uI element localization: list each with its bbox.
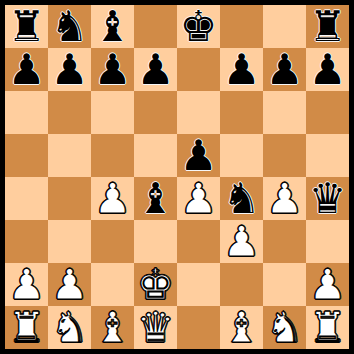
square-d4[interactable]: ♝ — [134, 177, 177, 220]
square-a3[interactable] — [5, 220, 48, 263]
square-e2[interactable] — [177, 263, 220, 306]
piece-black-pawn: ♟ — [223, 49, 261, 91]
piece-black-bishop: ♝ — [94, 6, 132, 48]
square-f5[interactable] — [220, 134, 263, 177]
square-f2[interactable] — [220, 263, 263, 306]
square-b3[interactable] — [48, 220, 91, 263]
piece-black-pawn: ♟ — [51, 49, 89, 91]
square-g4[interactable]: ♟ — [263, 177, 306, 220]
square-b7[interactable]: ♟ — [48, 48, 91, 91]
square-a8[interactable]: ♜ — [5, 5, 48, 48]
square-g3[interactable] — [263, 220, 306, 263]
square-h6[interactable] — [306, 91, 349, 134]
square-c6[interactable] — [91, 91, 134, 134]
square-d1[interactable]: ♛ — [134, 306, 177, 349]
chess-board-frame: ♜♞♝♚♜♟♟♟♟♟♟♟♟♟♝♟♞♟♛♟♟♟♚♟♜♞♝♛♝♞♜ — [0, 0, 354, 354]
square-h8[interactable]: ♜ — [306, 5, 349, 48]
piece-white-bishop: ♝ — [223, 307, 261, 349]
piece-black-rook: ♜ — [309, 6, 347, 48]
piece-black-pawn: ♟ — [266, 49, 304, 91]
square-g6[interactable] — [263, 91, 306, 134]
piece-white-pawn: ♟ — [266, 178, 304, 220]
piece-black-rook: ♜ — [8, 6, 46, 48]
piece-black-knight: ♞ — [223, 178, 261, 220]
piece-white-rook: ♜ — [8, 307, 46, 349]
piece-black-bishop: ♝ — [137, 178, 175, 220]
piece-black-pawn: ♟ — [8, 49, 46, 91]
square-f6[interactable] — [220, 91, 263, 134]
piece-white-king: ♚ — [137, 264, 175, 306]
chess-board: ♜♞♝♚♜♟♟♟♟♟♟♟♟♟♝♟♞♟♛♟♟♟♚♟♜♞♝♛♝♞♜ — [5, 5, 349, 349]
square-d6[interactable] — [134, 91, 177, 134]
square-e4[interactable]: ♟ — [177, 177, 220, 220]
square-h3[interactable] — [306, 220, 349, 263]
piece-black-king: ♚ — [180, 6, 218, 48]
square-b2[interactable]: ♟ — [48, 263, 91, 306]
square-e5[interactable]: ♟ — [177, 134, 220, 177]
square-b4[interactable] — [48, 177, 91, 220]
square-b1[interactable]: ♞ — [48, 306, 91, 349]
piece-white-pawn: ♟ — [8, 264, 46, 306]
piece-black-pawn: ♟ — [94, 49, 132, 91]
piece-white-queen: ♛ — [137, 307, 175, 349]
square-h2[interactable]: ♟ — [306, 263, 349, 306]
square-e8[interactable]: ♚ — [177, 5, 220, 48]
piece-white-pawn: ♟ — [180, 178, 218, 220]
piece-black-pawn: ♟ — [309, 49, 347, 91]
square-g5[interactable] — [263, 134, 306, 177]
square-c4[interactable]: ♟ — [91, 177, 134, 220]
square-b5[interactable] — [48, 134, 91, 177]
square-g7[interactable]: ♟ — [263, 48, 306, 91]
piece-black-pawn: ♟ — [180, 135, 218, 177]
square-h7[interactable]: ♟ — [306, 48, 349, 91]
square-c7[interactable]: ♟ — [91, 48, 134, 91]
square-d3[interactable] — [134, 220, 177, 263]
piece-white-bishop: ♝ — [94, 307, 132, 349]
square-a4[interactable] — [5, 177, 48, 220]
square-h1[interactable]: ♜ — [306, 306, 349, 349]
piece-white-pawn: ♟ — [94, 178, 132, 220]
square-c3[interactable] — [91, 220, 134, 263]
square-a7[interactable]: ♟ — [5, 48, 48, 91]
square-c1[interactable]: ♝ — [91, 306, 134, 349]
square-f3[interactable]: ♟ — [220, 220, 263, 263]
square-e7[interactable] — [177, 48, 220, 91]
square-e6[interactable] — [177, 91, 220, 134]
piece-black-knight: ♞ — [51, 6, 89, 48]
square-e3[interactable] — [177, 220, 220, 263]
square-a1[interactable]: ♜ — [5, 306, 48, 349]
square-g1[interactable]: ♞ — [263, 306, 306, 349]
square-d7[interactable]: ♟ — [134, 48, 177, 91]
square-g8[interactable] — [263, 5, 306, 48]
piece-white-rook: ♜ — [309, 307, 347, 349]
square-c5[interactable] — [91, 134, 134, 177]
square-f8[interactable] — [220, 5, 263, 48]
square-e1[interactable] — [177, 306, 220, 349]
square-c8[interactable]: ♝ — [91, 5, 134, 48]
piece-white-knight: ♞ — [51, 307, 89, 349]
piece-white-pawn: ♟ — [309, 264, 347, 306]
square-h4[interactable]: ♛ — [306, 177, 349, 220]
square-c2[interactable] — [91, 263, 134, 306]
square-b8[interactable]: ♞ — [48, 5, 91, 48]
square-g2[interactable] — [263, 263, 306, 306]
square-f4[interactable]: ♞ — [220, 177, 263, 220]
square-h5[interactable] — [306, 134, 349, 177]
square-d2[interactable]: ♚ — [134, 263, 177, 306]
square-f7[interactable]: ♟ — [220, 48, 263, 91]
square-f1[interactable]: ♝ — [220, 306, 263, 349]
square-d8[interactable] — [134, 5, 177, 48]
square-a5[interactable] — [5, 134, 48, 177]
piece-white-knight: ♞ — [266, 307, 304, 349]
piece-white-pawn: ♟ — [223, 221, 261, 263]
square-a2[interactable]: ♟ — [5, 263, 48, 306]
piece-black-queen: ♛ — [309, 178, 347, 220]
square-d5[interactable] — [134, 134, 177, 177]
piece-white-pawn: ♟ — [51, 264, 89, 306]
piece-black-pawn: ♟ — [137, 49, 175, 91]
square-b6[interactable] — [48, 91, 91, 134]
square-a6[interactable] — [5, 91, 48, 134]
